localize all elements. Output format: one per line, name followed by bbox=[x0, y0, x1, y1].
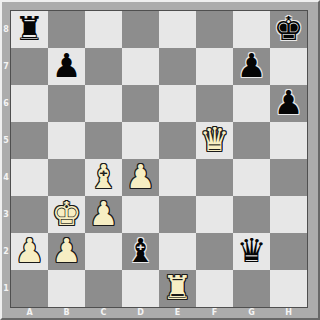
square-d2[interactable]: ♝ bbox=[122, 233, 159, 270]
square-g2[interactable]: ♛ bbox=[233, 233, 270, 270]
square-d5[interactable] bbox=[122, 122, 159, 159]
file-label-a: A bbox=[11, 308, 48, 318]
square-f5[interactable]: ♛ bbox=[196, 122, 233, 159]
black-bishop-d2[interactable]: ♝ bbox=[126, 232, 156, 269]
square-a7[interactable] bbox=[11, 48, 48, 85]
square-h6[interactable]: ♟ bbox=[270, 85, 307, 122]
square-e3[interactable] bbox=[159, 196, 196, 233]
square-f8[interactable] bbox=[196, 11, 233, 48]
chess-board: ♜♚♟♟♟♛♝♟♚♟♟♟♝♛♜ bbox=[10, 10, 308, 308]
black-pawn-g7[interactable]: ♟ bbox=[237, 47, 267, 84]
square-e1[interactable]: ♜ bbox=[159, 270, 196, 307]
square-c7[interactable] bbox=[85, 48, 122, 85]
square-h8[interactable]: ♚ bbox=[270, 11, 307, 48]
square-h7[interactable] bbox=[270, 48, 307, 85]
square-a3[interactable] bbox=[11, 196, 48, 233]
square-f1[interactable] bbox=[196, 270, 233, 307]
file-labels: ABCDEFGH bbox=[10, 308, 308, 318]
square-d1[interactable] bbox=[122, 270, 159, 307]
file-label-e: E bbox=[159, 308, 196, 318]
white-king-b3[interactable]: ♚ bbox=[52, 195, 82, 232]
square-c1[interactable] bbox=[85, 270, 122, 307]
square-g4[interactable] bbox=[233, 159, 270, 196]
white-queen-f5[interactable]: ♛ bbox=[200, 121, 230, 158]
square-b2[interactable]: ♟ bbox=[48, 233, 85, 270]
square-a2[interactable]: ♟ bbox=[11, 233, 48, 270]
square-f6[interactable] bbox=[196, 85, 233, 122]
square-a4[interactable] bbox=[11, 159, 48, 196]
square-h3[interactable] bbox=[270, 196, 307, 233]
black-rook-a8[interactable]: ♜ bbox=[15, 10, 45, 47]
white-pawn-a2[interactable]: ♟ bbox=[15, 232, 45, 269]
square-g3[interactable] bbox=[233, 196, 270, 233]
rank-label-5: 5 bbox=[2, 122, 10, 159]
white-bishop-c4[interactable]: ♝ bbox=[89, 158, 119, 195]
file-label-d: D bbox=[122, 308, 159, 318]
chess-diagram-frame: ♜♚♟♟♟♛♝♟♚♟♟♟♝♛♜ ABCDEFGH 87654321 bbox=[0, 0, 320, 320]
white-rook-e1[interactable]: ♜ bbox=[163, 269, 193, 306]
square-a1[interactable] bbox=[11, 270, 48, 307]
rank-label-1: 1 bbox=[2, 270, 10, 307]
square-g5[interactable] bbox=[233, 122, 270, 159]
square-e6[interactable] bbox=[159, 85, 196, 122]
square-e5[interactable] bbox=[159, 122, 196, 159]
file-label-g: G bbox=[233, 308, 270, 318]
black-king-h8[interactable]: ♚ bbox=[274, 10, 304, 47]
square-a6[interactable] bbox=[11, 85, 48, 122]
file-label-f: F bbox=[196, 308, 233, 318]
square-h5[interactable] bbox=[270, 122, 307, 159]
square-f4[interactable] bbox=[196, 159, 233, 196]
rank-labels: 87654321 bbox=[2, 10, 10, 308]
square-d4[interactable]: ♟ bbox=[122, 159, 159, 196]
square-c8[interactable] bbox=[85, 11, 122, 48]
square-d6[interactable] bbox=[122, 85, 159, 122]
rank-label-3: 3 bbox=[2, 196, 10, 233]
square-b4[interactable] bbox=[48, 159, 85, 196]
white-pawn-d4[interactable]: ♟ bbox=[126, 158, 156, 195]
file-label-c: C bbox=[85, 308, 122, 318]
square-d7[interactable] bbox=[122, 48, 159, 85]
square-c2[interactable] bbox=[85, 233, 122, 270]
square-e7[interactable] bbox=[159, 48, 196, 85]
rank-label-2: 2 bbox=[2, 233, 10, 270]
square-a5[interactable] bbox=[11, 122, 48, 159]
square-h4[interactable] bbox=[270, 159, 307, 196]
square-e2[interactable] bbox=[159, 233, 196, 270]
square-c5[interactable] bbox=[85, 122, 122, 159]
black-pawn-h6[interactable]: ♟ bbox=[274, 84, 304, 121]
square-b5[interactable] bbox=[48, 122, 85, 159]
square-g8[interactable] bbox=[233, 11, 270, 48]
square-b6[interactable] bbox=[48, 85, 85, 122]
black-queen-g2[interactable]: ♛ bbox=[237, 232, 267, 269]
black-pawn-b7[interactable]: ♟ bbox=[52, 47, 82, 84]
file-label-b: B bbox=[48, 308, 85, 318]
white-pawn-b2[interactable]: ♟ bbox=[52, 232, 82, 269]
square-a8[interactable]: ♜ bbox=[11, 11, 48, 48]
square-g1[interactable] bbox=[233, 270, 270, 307]
square-c3[interactable]: ♟ bbox=[85, 196, 122, 233]
square-b3[interactable]: ♚ bbox=[48, 196, 85, 233]
square-h2[interactable] bbox=[270, 233, 307, 270]
square-b1[interactable] bbox=[48, 270, 85, 307]
rank-label-6: 6 bbox=[2, 85, 10, 122]
white-pawn-c3[interactable]: ♟ bbox=[89, 195, 119, 232]
square-d8[interactable] bbox=[122, 11, 159, 48]
square-f7[interactable] bbox=[196, 48, 233, 85]
square-d3[interactable] bbox=[122, 196, 159, 233]
square-c4[interactable]: ♝ bbox=[85, 159, 122, 196]
rank-label-4: 4 bbox=[2, 159, 10, 196]
square-e8[interactable] bbox=[159, 11, 196, 48]
square-b7[interactable]: ♟ bbox=[48, 48, 85, 85]
square-f2[interactable] bbox=[196, 233, 233, 270]
rank-label-8: 8 bbox=[2, 11, 10, 48]
square-g6[interactable] bbox=[233, 85, 270, 122]
square-e4[interactable] bbox=[159, 159, 196, 196]
square-h1[interactable] bbox=[270, 270, 307, 307]
rank-label-7: 7 bbox=[2, 48, 10, 85]
square-f3[interactable] bbox=[196, 196, 233, 233]
square-b8[interactable] bbox=[48, 11, 85, 48]
square-c6[interactable] bbox=[85, 85, 122, 122]
file-label-h: H bbox=[270, 308, 307, 318]
square-g7[interactable]: ♟ bbox=[233, 48, 270, 85]
